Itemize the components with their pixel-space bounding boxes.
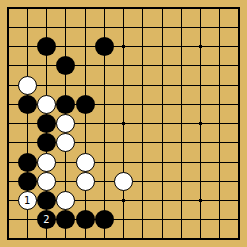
intersection[interactable]	[75, 210, 94, 229]
intersection[interactable]	[37, 95, 56, 114]
intersection[interactable]	[75, 56, 94, 75]
intersection[interactable]	[133, 191, 152, 210]
intersection[interactable]	[152, 210, 171, 229]
intersection[interactable]	[210, 37, 229, 56]
intersection[interactable]	[18, 0, 37, 18]
intersection[interactable]	[95, 37, 114, 56]
intersection[interactable]	[56, 95, 75, 114]
intersection[interactable]	[229, 56, 247, 75]
intersection[interactable]	[172, 114, 191, 133]
intersection[interactable]	[133, 0, 152, 18]
white-stone	[114, 172, 133, 191]
intersection[interactable]	[114, 152, 133, 171]
intersection[interactable]	[114, 0, 133, 18]
intersection[interactable]	[229, 37, 247, 56]
intersection[interactable]	[152, 75, 171, 94]
intersection[interactable]	[210, 133, 229, 152]
intersection[interactable]	[95, 114, 114, 133]
white-stone-move-1: 1	[18, 191, 37, 210]
intersection[interactable]	[0, 114, 18, 133]
intersection[interactable]	[133, 95, 152, 114]
intersection[interactable]	[152, 37, 171, 56]
intersection[interactable]	[133, 114, 152, 133]
intersection[interactable]	[37, 172, 56, 191]
black-stone	[95, 210, 114, 229]
intersection[interactable]	[75, 133, 94, 152]
intersection[interactable]	[37, 18, 56, 37]
black-stone	[56, 95, 75, 114]
intersection[interactable]	[191, 133, 210, 152]
intersection[interactable]	[229, 210, 247, 229]
intersection[interactable]	[114, 133, 133, 152]
intersection[interactable]	[95, 133, 114, 152]
intersection[interactable]	[191, 210, 210, 229]
intersection[interactable]	[229, 95, 247, 114]
intersection[interactable]	[56, 191, 75, 210]
intersection[interactable]	[191, 75, 210, 94]
intersection[interactable]	[152, 191, 171, 210]
intersection[interactable]	[95, 18, 114, 37]
intersection[interactable]	[210, 229, 229, 247]
white-stone	[76, 153, 95, 172]
intersection[interactable]	[37, 114, 56, 133]
white-stone	[56, 191, 75, 210]
star-point	[122, 122, 125, 125]
intersection[interactable]	[95, 152, 114, 171]
intersection[interactable]	[18, 210, 37, 229]
intersection[interactable]	[191, 229, 210, 247]
intersection[interactable]	[191, 37, 210, 56]
intersection[interactable]	[37, 229, 56, 247]
intersection[interactable]	[172, 210, 191, 229]
intersection[interactable]	[210, 114, 229, 133]
white-stone	[37, 172, 56, 191]
intersection[interactable]	[95, 0, 114, 18]
intersection[interactable]	[18, 152, 37, 171]
intersection[interactable]	[152, 229, 171, 247]
intersection[interactable]	[229, 152, 247, 171]
intersection[interactable]	[114, 191, 133, 210]
black-stone	[18, 153, 37, 172]
intersection[interactable]	[56, 172, 75, 191]
intersection[interactable]	[229, 172, 247, 191]
intersection[interactable]	[229, 0, 247, 18]
intersection[interactable]	[56, 114, 75, 133]
intersection[interactable]	[172, 191, 191, 210]
intersection[interactable]	[114, 229, 133, 247]
intersection[interactable]	[95, 75, 114, 94]
intersection[interactable]	[75, 75, 94, 94]
intersection[interactable]	[75, 18, 94, 37]
black-stone-move-2: 2	[37, 210, 56, 229]
black-stone	[56, 56, 75, 75]
intersection[interactable]	[210, 152, 229, 171]
intersection[interactable]	[172, 56, 191, 75]
white-stone	[18, 76, 37, 95]
intersection[interactable]	[210, 95, 229, 114]
intersection[interactable]	[0, 172, 18, 191]
intersection[interactable]	[210, 18, 229, 37]
intersection[interactable]	[18, 114, 37, 133]
intersection[interactable]	[18, 56, 37, 75]
intersection[interactable]	[191, 172, 210, 191]
intersection[interactable]	[172, 95, 191, 114]
intersection[interactable]	[133, 152, 152, 171]
intersection[interactable]	[56, 229, 75, 247]
intersection[interactable]	[37, 133, 56, 152]
white-stone	[56, 114, 75, 133]
black-stone	[18, 172, 37, 191]
intersection[interactable]	[37, 75, 56, 94]
intersection[interactable]	[172, 18, 191, 37]
black-stone	[37, 37, 56, 56]
intersection[interactable]	[0, 95, 18, 114]
star-point	[122, 45, 125, 48]
intersection[interactable]	[172, 133, 191, 152]
intersection[interactable]	[152, 152, 171, 171]
intersection[interactable]	[75, 114, 94, 133]
intersection[interactable]	[152, 133, 171, 152]
intersection[interactable]	[0, 191, 18, 210]
intersection[interactable]	[133, 229, 152, 247]
intersection[interactable]	[191, 114, 210, 133]
black-stone	[56, 210, 75, 229]
intersection[interactable]	[114, 210, 133, 229]
star-point	[199, 199, 202, 202]
black-stone	[18, 95, 37, 114]
intersection[interactable]	[172, 37, 191, 56]
intersection[interactable]	[18, 18, 37, 37]
intersection[interactable]	[56, 18, 75, 37]
intersection[interactable]	[114, 172, 133, 191]
intersection[interactable]	[56, 0, 75, 18]
black-stone	[76, 95, 95, 114]
intersection[interactable]	[95, 172, 114, 191]
intersection[interactable]	[0, 18, 18, 37]
white-stone	[37, 95, 56, 114]
go-board: 12	[0, 0, 247, 247]
intersection[interactable]	[152, 95, 171, 114]
intersection[interactable]	[95, 191, 114, 210]
star-point	[199, 122, 202, 125]
intersection[interactable]: 1	[18, 191, 37, 210]
intersection[interactable]	[191, 18, 210, 37]
intersections-grid: 12	[0, 0, 247, 247]
intersection[interactable]	[114, 37, 133, 56]
intersection[interactable]	[210, 0, 229, 18]
intersection[interactable]	[172, 0, 191, 18]
intersection[interactable]	[210, 172, 229, 191]
black-stone	[95, 37, 114, 56]
intersection[interactable]	[172, 75, 191, 94]
intersection[interactable]	[75, 152, 94, 171]
intersection[interactable]	[0, 229, 18, 247]
intersection[interactable]	[191, 95, 210, 114]
intersection[interactable]	[229, 114, 247, 133]
intersection[interactable]	[0, 0, 18, 18]
intersection[interactable]	[133, 172, 152, 191]
intersection[interactable]	[191, 152, 210, 171]
intersection[interactable]: 2	[37, 210, 56, 229]
intersection[interactable]	[0, 75, 18, 94]
intersection[interactable]	[75, 191, 94, 210]
intersection[interactable]	[75, 229, 94, 247]
intersection[interactable]	[56, 56, 75, 75]
intersection[interactable]	[95, 210, 114, 229]
intersection[interactable]	[114, 18, 133, 37]
intersection[interactable]	[56, 133, 75, 152]
intersection[interactable]	[191, 191, 210, 210]
intersection[interactable]	[133, 18, 152, 37]
intersection[interactable]	[56, 37, 75, 56]
black-stone	[37, 133, 56, 152]
black-stone	[37, 191, 56, 210]
star-point	[199, 45, 202, 48]
intersection[interactable]	[172, 229, 191, 247]
intersection[interactable]	[210, 191, 229, 210]
intersection[interactable]	[114, 75, 133, 94]
intersection[interactable]	[95, 95, 114, 114]
intersection[interactable]	[133, 75, 152, 94]
intersection[interactable]	[18, 95, 37, 114]
intersection[interactable]	[37, 37, 56, 56]
intersection[interactable]	[114, 114, 133, 133]
intersection[interactable]	[37, 0, 56, 18]
intersection[interactable]	[133, 210, 152, 229]
intersection[interactable]	[37, 191, 56, 210]
intersection[interactable]	[0, 133, 18, 152]
black-stone	[37, 114, 56, 133]
intersection[interactable]	[191, 0, 210, 18]
intersection[interactable]	[75, 172, 94, 191]
intersection[interactable]	[37, 152, 56, 171]
intersection[interactable]	[210, 56, 229, 75]
intersection[interactable]	[95, 229, 114, 247]
intersection[interactable]	[229, 75, 247, 94]
star-point	[122, 199, 125, 202]
black-stone	[76, 210, 95, 229]
intersection[interactable]	[56, 152, 75, 171]
intersection[interactable]	[229, 133, 247, 152]
intersection[interactable]	[229, 191, 247, 210]
intersection[interactable]	[0, 210, 18, 229]
intersection[interactable]	[18, 133, 37, 152]
intersection[interactable]	[229, 18, 247, 37]
intersection[interactable]	[152, 56, 171, 75]
white-stone	[56, 133, 75, 152]
intersection[interactable]	[0, 56, 18, 75]
intersection[interactable]	[18, 75, 37, 94]
white-stone	[37, 153, 56, 172]
intersection[interactable]	[133, 56, 152, 75]
intersection[interactable]	[37, 56, 56, 75]
intersection[interactable]	[75, 37, 94, 56]
intersection[interactable]	[210, 75, 229, 94]
intersection[interactable]	[133, 133, 152, 152]
intersection[interactable]	[18, 37, 37, 56]
white-stone	[76, 172, 95, 191]
intersection[interactable]	[152, 0, 171, 18]
intersection[interactable]	[56, 210, 75, 229]
intersection[interactable]	[95, 56, 114, 75]
intersection[interactable]	[172, 172, 191, 191]
intersection[interactable]	[18, 172, 37, 191]
intersection[interactable]	[56, 75, 75, 94]
intersection[interactable]	[191, 56, 210, 75]
intersection[interactable]	[18, 229, 37, 247]
intersection[interactable]	[152, 172, 171, 191]
intersection[interactable]	[210, 210, 229, 229]
intersection[interactable]	[0, 37, 18, 56]
intersection[interactable]	[229, 229, 247, 247]
intersection[interactable]	[75, 95, 94, 114]
intersection[interactable]	[75, 0, 94, 18]
intersection[interactable]	[152, 114, 171, 133]
intersection[interactable]	[152, 18, 171, 37]
intersection[interactable]	[114, 95, 133, 114]
intersection[interactable]	[133, 37, 152, 56]
intersection[interactable]	[114, 56, 133, 75]
intersection[interactable]	[0, 152, 18, 171]
intersection[interactable]	[172, 152, 191, 171]
